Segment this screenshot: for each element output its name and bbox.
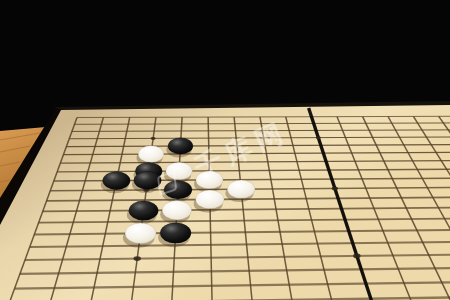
black-stone[interactable] bbox=[134, 171, 161, 189]
black-stone[interactable] bbox=[129, 201, 158, 220]
star-point bbox=[353, 254, 360, 259]
go-board-photo: 千库网 bbox=[0, 0, 450, 300]
white-stone[interactable] bbox=[196, 190, 224, 209]
white-stone[interactable] bbox=[166, 162, 193, 180]
star-point bbox=[151, 137, 156, 140]
white-stone[interactable] bbox=[138, 146, 164, 163]
star-point bbox=[316, 136, 321, 139]
star-point bbox=[134, 256, 141, 261]
star-point bbox=[332, 187, 338, 191]
white-stone[interactable] bbox=[196, 171, 223, 189]
black-stone[interactable] bbox=[160, 223, 191, 243]
black-stone[interactable] bbox=[164, 181, 192, 199]
black-stone[interactable] bbox=[168, 138, 193, 154]
white-stone[interactable] bbox=[162, 201, 191, 220]
go-board bbox=[0, 0, 450, 300]
black-stone[interactable] bbox=[103, 172, 130, 190]
white-stone[interactable] bbox=[227, 180, 255, 198]
white-stone[interactable] bbox=[125, 223, 156, 243]
